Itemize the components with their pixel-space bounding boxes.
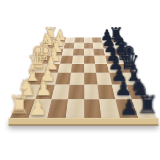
square-b4[interactable] [67, 85, 83, 100]
square-a3[interactable] [47, 100, 68, 119]
board-scene: ♜♟♟♜♞♟♟♞♝♟♟♝♚♟♟♚♛♟♟♛♝♟♟♝♞♟♟♞♜♟♟♜ [36, 16, 131, 111]
square-a8[interactable]: ♜ [132, 100, 157, 119]
square-d3[interactable] [57, 64, 71, 74]
photo-background: ♜♟♟♜♞♟♟♞♝♟♟♝♚♟♟♚♛♟♟♛♝♟♟♝♞♟♟♞♜♟♟♜ [0, 0, 160, 160]
square-a7[interactable]: ♟ [116, 100, 139, 119]
white-rook[interactable]: ♜ [8, 93, 30, 118]
square-d4[interactable] [70, 64, 83, 74]
square-c3[interactable] [55, 73, 71, 85]
white-pawn[interactable]: ♟ [28, 96, 47, 118]
square-a2[interactable]: ♟ [28, 100, 51, 119]
black-rook[interactable]: ♜ [137, 93, 159, 118]
square-c4[interactable] [69, 73, 83, 85]
square-f4[interactable] [73, 48, 84, 55]
square-b3[interactable] [51, 85, 69, 100]
square-e4[interactable] [72, 55, 84, 63]
square-a4[interactable] [65, 100, 83, 119]
chess-board: ♜♟♟♜♞♟♟♞♝♟♟♝♚♟♟♚♛♟♟♛♝♟♟♝♞♟♟♞♜♟♟♜ [10, 37, 157, 118]
